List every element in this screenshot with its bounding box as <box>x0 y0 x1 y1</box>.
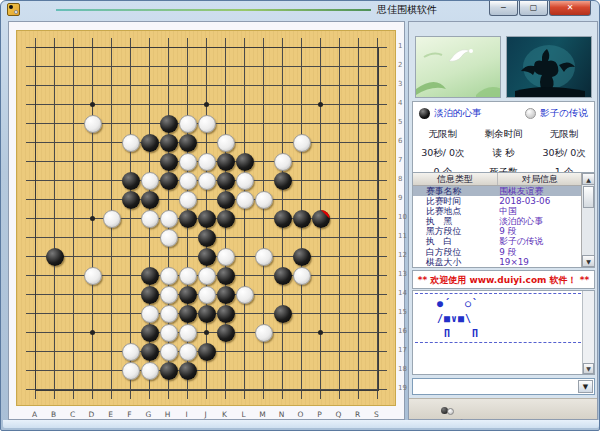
board-point-G5[interactable] <box>140 114 159 133</box>
board-point-M15[interactable] <box>254 304 273 323</box>
board-point-A8[interactable] <box>26 171 45 190</box>
board-point-H12[interactable] <box>159 247 178 266</box>
board-point-D12[interactable] <box>83 247 102 266</box>
board-point-F14[interactable] <box>121 285 140 304</box>
board-point-F2[interactable] <box>121 57 140 76</box>
board-point-B1[interactable] <box>45 38 64 57</box>
board-point-M11[interactable] <box>254 228 273 247</box>
board-point-I15[interactable] <box>178 304 197 323</box>
board-point-J8[interactable] <box>197 171 216 190</box>
board-point-B2[interactable] <box>45 57 64 76</box>
board-point-J7[interactable] <box>197 152 216 171</box>
board-point-D17[interactable] <box>83 342 102 361</box>
board-point-P18[interactable] <box>311 361 330 380</box>
board-point-R11[interactable] <box>349 228 368 247</box>
board-point-C7[interactable] <box>64 152 83 171</box>
board-point-E4[interactable] <box>102 95 121 114</box>
table-row[interactable]: 执 白影子の传说 <box>413 236 583 246</box>
board-point-H19[interactable] <box>159 380 178 399</box>
board-point-D7[interactable] <box>83 152 102 171</box>
board-point-S8[interactable] <box>368 171 387 190</box>
board-point-J12[interactable] <box>197 247 216 266</box>
board-point-Q8[interactable] <box>330 171 349 190</box>
board-point-R12[interactable] <box>349 247 368 266</box>
board-point-R2[interactable] <box>349 57 368 76</box>
board-point-H15[interactable] <box>159 304 178 323</box>
board-point-F18[interactable] <box>121 361 140 380</box>
board-point-S12[interactable] <box>368 247 387 266</box>
board-point-C2[interactable] <box>64 57 83 76</box>
board-point-K15[interactable] <box>216 304 235 323</box>
board-point-O5[interactable] <box>292 114 311 133</box>
board-point-S16[interactable] <box>368 323 387 342</box>
board-point-S14[interactable] <box>368 285 387 304</box>
board-point-R17[interactable] <box>349 342 368 361</box>
board-point-L7[interactable] <box>235 152 254 171</box>
board-point-Q2[interactable] <box>330 57 349 76</box>
board-point-J3[interactable] <box>197 76 216 95</box>
board-point-Q9[interactable] <box>330 190 349 209</box>
board-point-E7[interactable] <box>102 152 121 171</box>
board-point-A5[interactable] <box>26 114 45 133</box>
board-point-R15[interactable] <box>349 304 368 323</box>
board-point-I1[interactable] <box>178 38 197 57</box>
board-point-Q13[interactable] <box>330 266 349 285</box>
board-point-N9[interactable] <box>273 190 292 209</box>
board-point-D4[interactable] <box>83 95 102 114</box>
board-point-L2[interactable] <box>235 57 254 76</box>
table-scrollbar[interactable]: ▲ ▼ <box>581 173 594 267</box>
board-point-C1[interactable] <box>64 38 83 57</box>
board-point-D13[interactable] <box>83 266 102 285</box>
board-point-N19[interactable] <box>273 380 292 399</box>
board-point-B11[interactable] <box>45 228 64 247</box>
board-point-K12[interactable] <box>216 247 235 266</box>
board-point-Q16[interactable] <box>330 323 349 342</box>
board-point-D15[interactable] <box>83 304 102 323</box>
board-point-Q18[interactable] <box>330 361 349 380</box>
board-point-C11[interactable] <box>64 228 83 247</box>
board-point-G12[interactable] <box>140 247 159 266</box>
board-point-B13[interactable] <box>45 266 64 285</box>
board-point-O7[interactable] <box>292 152 311 171</box>
board-point-N6[interactable] <box>273 133 292 152</box>
board-point-E8[interactable] <box>102 171 121 190</box>
board-point-F3[interactable] <box>121 76 140 95</box>
board-point-M3[interactable] <box>254 76 273 95</box>
board-point-P19[interactable] <box>311 380 330 399</box>
board-point-R4[interactable] <box>349 95 368 114</box>
board-point-G16[interactable] <box>140 323 159 342</box>
board-point-B18[interactable] <box>45 361 64 380</box>
board-point-L10[interactable] <box>235 209 254 228</box>
chat-area[interactable]: ●´ ○`/■∨■\ Π Π ▼ <box>412 290 595 375</box>
board-point-F16[interactable] <box>121 323 140 342</box>
board-point-A13[interactable] <box>26 266 45 285</box>
board-point-J19[interactable] <box>197 380 216 399</box>
board-point-D3[interactable] <box>83 76 102 95</box>
board-point-C5[interactable] <box>64 114 83 133</box>
board-point-A3[interactable] <box>26 76 45 95</box>
board-point-C13[interactable] <box>64 266 83 285</box>
board-point-E18[interactable] <box>102 361 121 380</box>
board-point-L17[interactable] <box>235 342 254 361</box>
board-point-F19[interactable] <box>121 380 140 399</box>
board-point-B10[interactable] <box>45 209 64 228</box>
board-point-H6[interactable] <box>159 133 178 152</box>
board-point-H9[interactable] <box>159 190 178 209</box>
board-point-B8[interactable] <box>45 171 64 190</box>
board-point-R9[interactable] <box>349 190 368 209</box>
board-point-S2[interactable] <box>368 57 387 76</box>
board-point-R19[interactable] <box>349 380 368 399</box>
board-point-S15[interactable] <box>368 304 387 323</box>
board-point-O14[interactable] <box>292 285 311 304</box>
board-point-I5[interactable] <box>178 114 197 133</box>
board-point-A1[interactable] <box>26 38 45 57</box>
board-point-C3[interactable] <box>64 76 83 95</box>
board-point-P17[interactable] <box>311 342 330 361</box>
board-point-S5[interactable] <box>368 114 387 133</box>
board-point-D19[interactable] <box>83 380 102 399</box>
table-row[interactable]: 棋盘大小19×19 <box>413 257 583 267</box>
board-point-H18[interactable] <box>159 361 178 380</box>
board-point-N4[interactable] <box>273 95 292 114</box>
board-point-B16[interactable] <box>45 323 64 342</box>
board-point-P1[interactable] <box>311 38 330 57</box>
board-point-I16[interactable] <box>178 323 197 342</box>
board-point-M13[interactable] <box>254 266 273 285</box>
board-point-N11[interactable] <box>273 228 292 247</box>
board-point-K3[interactable] <box>216 76 235 95</box>
board-point-O8[interactable] <box>292 171 311 190</box>
board-point-R18[interactable] <box>349 361 368 380</box>
board-point-G6[interactable] <box>140 133 159 152</box>
board-point-O9[interactable] <box>292 190 311 209</box>
board-point-P2[interactable] <box>311 57 330 76</box>
board-point-O13[interactable] <box>292 266 311 285</box>
board-point-R7[interactable] <box>349 152 368 171</box>
board-point-J15[interactable] <box>197 304 216 323</box>
close-button[interactable]: ✕ <box>549 1 591 16</box>
board-point-G11[interactable] <box>140 228 159 247</box>
board-point-L6[interactable] <box>235 133 254 152</box>
board-point-J4[interactable] <box>197 95 216 114</box>
board-point-E12[interactable] <box>102 247 121 266</box>
board-point-C9[interactable] <box>64 190 83 209</box>
table-row[interactable]: 白方段位9 段 <box>413 247 583 257</box>
board-point-J18[interactable] <box>197 361 216 380</box>
board-point-J6[interactable] <box>197 133 216 152</box>
board-point-D16[interactable] <box>83 323 102 342</box>
board-point-A11[interactable] <box>26 228 45 247</box>
board-point-B17[interactable] <box>45 342 64 361</box>
board-point-N5[interactable] <box>273 114 292 133</box>
board-point-Q6[interactable] <box>330 133 349 152</box>
board-point-J1[interactable] <box>197 38 216 57</box>
board-point-E5[interactable] <box>102 114 121 133</box>
board-point-B4[interactable] <box>45 95 64 114</box>
board-point-N3[interactable] <box>273 76 292 95</box>
board-point-C6[interactable] <box>64 133 83 152</box>
board-point-C14[interactable] <box>64 285 83 304</box>
board-point-F12[interactable] <box>121 247 140 266</box>
board-point-E1[interactable] <box>102 38 121 57</box>
board-point-G13[interactable] <box>140 266 159 285</box>
board-point-C15[interactable] <box>64 304 83 323</box>
board-point-O16[interactable] <box>292 323 311 342</box>
board-point-P6[interactable] <box>311 133 330 152</box>
board-point-F17[interactable] <box>121 342 140 361</box>
board-point-E19[interactable] <box>102 380 121 399</box>
board-point-N7[interactable] <box>273 152 292 171</box>
title-bar[interactable]: 思佳围棋软件 ─ ▢ ✕ <box>1 1 599 19</box>
board-point-A14[interactable] <box>26 285 45 304</box>
table-row[interactable]: 比赛地点中国 <box>413 206 583 216</box>
board-point-M5[interactable] <box>254 114 273 133</box>
maximize-button[interactable]: ▢ <box>519 1 548 16</box>
board-point-F1[interactable] <box>121 38 140 57</box>
board-point-K16[interactable] <box>216 323 235 342</box>
board-point-K14[interactable] <box>216 285 235 304</box>
board-point-O11[interactable] <box>292 228 311 247</box>
board-point-M8[interactable] <box>254 171 273 190</box>
board-point-G15[interactable] <box>140 304 159 323</box>
board-point-K17[interactable] <box>216 342 235 361</box>
board-point-I6[interactable] <box>178 133 197 152</box>
board-point-K1[interactable] <box>216 38 235 57</box>
board-point-S17[interactable] <box>368 342 387 361</box>
board-point-I10[interactable] <box>178 209 197 228</box>
board-point-J11[interactable] <box>197 228 216 247</box>
board-point-K7[interactable] <box>216 152 235 171</box>
board-point-K18[interactable] <box>216 361 235 380</box>
board-point-Q7[interactable] <box>330 152 349 171</box>
board-point-D11[interactable] <box>83 228 102 247</box>
board-point-P8[interactable] <box>311 171 330 190</box>
board-point-F4[interactable] <box>121 95 140 114</box>
board-point-L4[interactable] <box>235 95 254 114</box>
board-point-H8[interactable] <box>159 171 178 190</box>
board-point-F7[interactable] <box>121 152 140 171</box>
board-point-A6[interactable] <box>26 133 45 152</box>
board-point-P12[interactable] <box>311 247 330 266</box>
board-point-N15[interactable] <box>273 304 292 323</box>
board-point-B15[interactable] <box>45 304 64 323</box>
board-point-D14[interactable] <box>83 285 102 304</box>
scroll-up-icon[interactable]: ▲ <box>582 173 595 185</box>
board-point-S18[interactable] <box>368 361 387 380</box>
board-point-O19[interactable] <box>292 380 311 399</box>
board-point-L19[interactable] <box>235 380 254 399</box>
board-point-Q4[interactable] <box>330 95 349 114</box>
board-point-E10[interactable] <box>102 209 121 228</box>
go-board-grid[interactable] <box>26 38 387 399</box>
board-point-C8[interactable] <box>64 171 83 190</box>
board-point-H1[interactable] <box>159 38 178 57</box>
board-point-A19[interactable] <box>26 380 45 399</box>
board-point-P15[interactable] <box>311 304 330 323</box>
board-point-S3[interactable] <box>368 76 387 95</box>
board-point-H17[interactable] <box>159 342 178 361</box>
board-point-E9[interactable] <box>102 190 121 209</box>
board-point-Q10[interactable] <box>330 209 349 228</box>
board-point-G7[interactable] <box>140 152 159 171</box>
board-point-M10[interactable] <box>254 209 273 228</box>
board-point-G9[interactable] <box>140 190 159 209</box>
board-point-L14[interactable] <box>235 285 254 304</box>
board-point-C10[interactable] <box>64 209 83 228</box>
board-point-A10[interactable] <box>26 209 45 228</box>
table-row[interactable]: 黑方段位9 段 <box>413 226 583 236</box>
board-point-I19[interactable] <box>178 380 197 399</box>
board-point-M2[interactable] <box>254 57 273 76</box>
board-point-I2[interactable] <box>178 57 197 76</box>
board-point-A18[interactable] <box>26 361 45 380</box>
board-point-E17[interactable] <box>102 342 121 361</box>
combobox-dropdown-icon[interactable]: ▼ <box>578 380 593 393</box>
board-point-C16[interactable] <box>64 323 83 342</box>
board-point-D2[interactable] <box>83 57 102 76</box>
board-point-R3[interactable] <box>349 76 368 95</box>
board-point-H14[interactable] <box>159 285 178 304</box>
board-point-R5[interactable] <box>349 114 368 133</box>
board-point-F11[interactable] <box>121 228 140 247</box>
board-point-Q11[interactable] <box>330 228 349 247</box>
board-point-Q5[interactable] <box>330 114 349 133</box>
board-point-L8[interactable] <box>235 171 254 190</box>
board-point-A15[interactable] <box>26 304 45 323</box>
board-point-L12[interactable] <box>235 247 254 266</box>
board-point-A2[interactable] <box>26 57 45 76</box>
board-point-R8[interactable] <box>349 171 368 190</box>
board-point-G2[interactable] <box>140 57 159 76</box>
board-point-I12[interactable] <box>178 247 197 266</box>
board-point-R6[interactable] <box>349 133 368 152</box>
board-point-Q15[interactable] <box>330 304 349 323</box>
chat-scrollbar[interactable]: ▼ <box>582 291 594 374</box>
board-point-L3[interactable] <box>235 76 254 95</box>
board-point-M12[interactable] <box>254 247 273 266</box>
board-point-H11[interactable] <box>159 228 178 247</box>
board-point-M19[interactable] <box>254 380 273 399</box>
board-point-S11[interactable] <box>368 228 387 247</box>
board-point-Q19[interactable] <box>330 380 349 399</box>
board-point-N10[interactable] <box>273 209 292 228</box>
table-row[interactable]: 比赛时间2018-03-06 <box>413 196 583 206</box>
board-point-O1[interactable] <box>292 38 311 57</box>
board-point-J17[interactable] <box>197 342 216 361</box>
board-point-A16[interactable] <box>26 323 45 342</box>
board-point-L13[interactable] <box>235 266 254 285</box>
board-point-S19[interactable] <box>368 380 387 399</box>
board-point-H2[interactable] <box>159 57 178 76</box>
board-point-A9[interactable] <box>26 190 45 209</box>
chat-input-combobox[interactable]: ▼ <box>412 378 595 395</box>
board-point-L15[interactable] <box>235 304 254 323</box>
board-point-L5[interactable] <box>235 114 254 133</box>
board-point-J10[interactable] <box>197 209 216 228</box>
board-point-I14[interactable] <box>178 285 197 304</box>
board-point-S1[interactable] <box>368 38 387 57</box>
board-point-R1[interactable] <box>349 38 368 57</box>
board-point-I18[interactable] <box>178 361 197 380</box>
board-point-R16[interactable] <box>349 323 368 342</box>
board-point-N14[interactable] <box>273 285 292 304</box>
board-point-D18[interactable] <box>83 361 102 380</box>
board-point-L18[interactable] <box>235 361 254 380</box>
board-point-I3[interactable] <box>178 76 197 95</box>
board-point-P13[interactable] <box>311 266 330 285</box>
board-point-C12[interactable] <box>64 247 83 266</box>
board-point-G17[interactable] <box>140 342 159 361</box>
board-point-M4[interactable] <box>254 95 273 114</box>
board-point-B7[interactable] <box>45 152 64 171</box>
table-row[interactable]: 赛事名称围棋友谊赛 <box>413 186 583 196</box>
board-point-M14[interactable] <box>254 285 273 304</box>
board-point-K9[interactable] <box>216 190 235 209</box>
board-point-P7[interactable] <box>311 152 330 171</box>
board-point-P5[interactable] <box>311 114 330 133</box>
board-point-M9[interactable] <box>254 190 273 209</box>
board-point-B5[interactable] <box>45 114 64 133</box>
minimize-button[interactable]: ─ <box>489 1 518 16</box>
board-point-N1[interactable] <box>273 38 292 57</box>
board-point-L1[interactable] <box>235 38 254 57</box>
board-point-E14[interactable] <box>102 285 121 304</box>
board-point-K5[interactable] <box>216 114 235 133</box>
board-point-O2[interactable] <box>292 57 311 76</box>
board-point-D10[interactable] <box>83 209 102 228</box>
board-point-F8[interactable] <box>121 171 140 190</box>
board-point-I9[interactable] <box>178 190 197 209</box>
board-point-C18[interactable] <box>64 361 83 380</box>
board-point-H4[interactable] <box>159 95 178 114</box>
board-point-L11[interactable] <box>235 228 254 247</box>
board-point-O10[interactable] <box>292 209 311 228</box>
board-point-A4[interactable] <box>26 95 45 114</box>
board-point-M17[interactable] <box>254 342 273 361</box>
board-point-S13[interactable] <box>368 266 387 285</box>
board-point-N8[interactable] <box>273 171 292 190</box>
board-point-G1[interactable] <box>140 38 159 57</box>
board-point-K10[interactable] <box>216 209 235 228</box>
board-point-O17[interactable] <box>292 342 311 361</box>
board-point-B12[interactable] <box>45 247 64 266</box>
board-point-Q12[interactable] <box>330 247 349 266</box>
board-point-N2[interactable] <box>273 57 292 76</box>
board-point-N16[interactable] <box>273 323 292 342</box>
board-point-J14[interactable] <box>197 285 216 304</box>
board-point-J2[interactable] <box>197 57 216 76</box>
board-point-P14[interactable] <box>311 285 330 304</box>
board-point-M6[interactable] <box>254 133 273 152</box>
board-point-G18[interactable] <box>140 361 159 380</box>
board-point-J13[interactable] <box>197 266 216 285</box>
board-point-S7[interactable] <box>368 152 387 171</box>
board-point-I13[interactable] <box>178 266 197 285</box>
board-point-B3[interactable] <box>45 76 64 95</box>
board-point-G4[interactable] <box>140 95 159 114</box>
board-point-O12[interactable] <box>292 247 311 266</box>
board-point-E2[interactable] <box>102 57 121 76</box>
board-point-Q17[interactable] <box>330 342 349 361</box>
board-point-E6[interactable] <box>102 133 121 152</box>
board-point-O3[interactable] <box>292 76 311 95</box>
board-point-H13[interactable] <box>159 266 178 285</box>
board-point-N17[interactable] <box>273 342 292 361</box>
board-point-O6[interactable] <box>292 133 311 152</box>
